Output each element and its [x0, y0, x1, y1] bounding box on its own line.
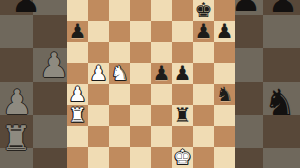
- square-d1[interactable]: [130, 147, 151, 168]
- background-square: [263, 148, 300, 168]
- square-e7[interactable]: [151, 21, 172, 42]
- square-b1[interactable]: [88, 147, 109, 168]
- background-square: [33, 48, 67, 82]
- square-b3[interactable]: [88, 105, 109, 126]
- black-pawn[interactable]: ♟: [174, 63, 192, 83]
- square-b5[interactable]: ♟: [88, 63, 109, 84]
- square-g1[interactable]: [193, 147, 214, 168]
- background-square: [235, 0, 263, 15]
- square-e1[interactable]: [151, 147, 172, 168]
- square-a6[interactable]: [67, 42, 88, 63]
- square-g2[interactable]: [193, 126, 214, 147]
- square-g7[interactable]: ♟: [193, 21, 214, 42]
- square-d2[interactable]: [130, 126, 151, 147]
- background-board-right: ♟♟♞: [235, 0, 300, 168]
- square-g6[interactable]: [193, 42, 214, 63]
- background-square: [33, 82, 67, 115]
- background-square: [0, 148, 33, 168]
- white-pawn[interactable]: ♟: [69, 84, 87, 104]
- background-square: [0, 82, 33, 115]
- square-a2[interactable]: [67, 126, 88, 147]
- white-pawn[interactable]: ♟: [90, 63, 108, 83]
- black-pawn[interactable]: ♟: [195, 21, 213, 41]
- square-h1[interactable]: [214, 147, 235, 168]
- white-knight[interactable]: ♞: [111, 63, 129, 83]
- square-d7[interactable]: [130, 21, 151, 42]
- white-rook[interactable]: ♜: [69, 105, 87, 125]
- square-f7[interactable]: [172, 21, 193, 42]
- black-rook[interactable]: ♜: [174, 105, 192, 125]
- background-square: [0, 0, 33, 15]
- square-b7[interactable]: [88, 21, 109, 42]
- square-h4[interactable]: ♞: [214, 84, 235, 105]
- black-pawn[interactable]: ♟: [153, 63, 171, 83]
- square-f3[interactable]: ♜: [172, 105, 193, 126]
- square-c1[interactable]: [109, 147, 130, 168]
- white-king[interactable]: ♚: [174, 147, 192, 167]
- background-board-left: ♟♟♟♜: [0, 0, 67, 168]
- background-square: [33, 115, 67, 148]
- background-square: [263, 0, 300, 15]
- square-b2[interactable]: [88, 126, 109, 147]
- square-a3[interactable]: ♜: [67, 105, 88, 126]
- black-knight[interactable]: ♞: [216, 84, 234, 104]
- square-h2[interactable]: [214, 126, 235, 147]
- square-e4[interactable]: [151, 84, 172, 105]
- square-c7[interactable]: [109, 21, 130, 42]
- background-square: [0, 48, 33, 82]
- black-pawn[interactable]: ♟: [216, 21, 234, 41]
- black-pawn[interactable]: ♟: [69, 21, 87, 41]
- square-h7[interactable]: ♟: [214, 21, 235, 42]
- square-b4[interactable]: [88, 84, 109, 105]
- square-f8[interactable]: [172, 0, 193, 21]
- background-square: [263, 82, 300, 115]
- square-c5[interactable]: ♞: [109, 63, 130, 84]
- square-g3[interactable]: [193, 105, 214, 126]
- square-c3[interactable]: [109, 105, 130, 126]
- background-square: [235, 148, 263, 168]
- square-d4[interactable]: [130, 84, 151, 105]
- background-square: [263, 48, 300, 82]
- background-square: [0, 15, 33, 48]
- background-square: [0, 115, 33, 148]
- square-c8[interactable]: [109, 0, 130, 21]
- square-a1[interactable]: [67, 147, 88, 168]
- square-c2[interactable]: [109, 126, 130, 147]
- background-square: [33, 148, 67, 168]
- square-h3[interactable]: [214, 105, 235, 126]
- square-e3[interactable]: [151, 105, 172, 126]
- square-a7[interactable]: ♟: [67, 21, 88, 42]
- background-square: [263, 15, 300, 48]
- square-d8[interactable]: [130, 0, 151, 21]
- square-d3[interactable]: [130, 105, 151, 126]
- square-c4[interactable]: [109, 84, 130, 105]
- square-g4[interactable]: [193, 84, 214, 105]
- background-square: [33, 15, 67, 48]
- background-square: [235, 115, 263, 148]
- square-e2[interactable]: [151, 126, 172, 147]
- square-d5[interactable]: [130, 63, 151, 84]
- background-square: [235, 48, 263, 82]
- square-g5[interactable]: [193, 63, 214, 84]
- background-square: [235, 82, 263, 115]
- background-square: [235, 15, 263, 48]
- square-d6[interactable]: [130, 42, 151, 63]
- square-e8[interactable]: [151, 0, 172, 21]
- video-frame: ♟♟♟♜ ♟♟♞ ♚♟♟♟♟♞♟♟♟♞♜♜♚: [0, 0, 300, 168]
- chess-board: ♚♟♟♟♟♞♟♟♟♞♜♜♚: [67, 0, 235, 168]
- square-f1[interactable]: ♚: [172, 147, 193, 168]
- square-b8[interactable]: [88, 0, 109, 21]
- square-f5[interactable]: ♟: [172, 63, 193, 84]
- background-square: [263, 115, 300, 148]
- background-square: [33, 0, 67, 15]
- square-h6[interactable]: [214, 42, 235, 63]
- square-e5[interactable]: ♟: [151, 63, 172, 84]
- black-king[interactable]: ♚: [195, 0, 213, 20]
